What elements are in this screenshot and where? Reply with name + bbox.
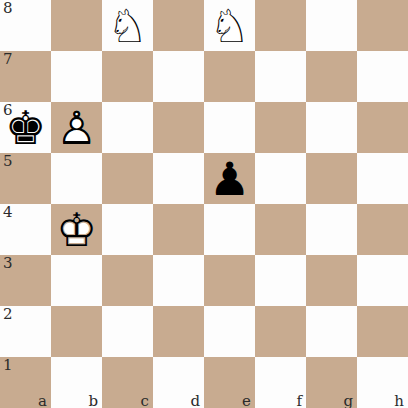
square-e2[interactable] <box>204 306 255 357</box>
square-a3[interactable]: 3 <box>0 255 51 306</box>
square-a2[interactable]: 2 <box>0 306 51 357</box>
square-g5[interactable] <box>306 153 357 204</box>
square-g3[interactable] <box>306 255 357 306</box>
rank-label: 8 <box>3 1 13 16</box>
square-a5[interactable]: 5 <box>0 153 51 204</box>
square-a4[interactable]: 4 <box>0 204 51 255</box>
white-pawn-outline: ♙ <box>56 101 97 155</box>
file-label: d <box>190 394 200 408</box>
white-pawn[interactable]: ♟♙ <box>51 102 102 153</box>
square-f8[interactable] <box>255 0 306 51</box>
white-knight-outline: ♘ <box>107 0 148 53</box>
square-g6[interactable] <box>306 102 357 153</box>
white-knight[interactable]: ♞♘ <box>102 0 153 51</box>
square-c1[interactable]: c <box>102 357 153 408</box>
white-king[interactable]: ♚♔ <box>51 204 102 255</box>
file-label: h <box>394 394 404 408</box>
black-king[interactable]: ♚ <box>0 102 51 153</box>
white-knight-outline: ♘ <box>209 0 250 53</box>
square-g7[interactable] <box>306 51 357 102</box>
square-d3[interactable] <box>153 255 204 306</box>
white-knight[interactable]: ♞♘ <box>204 0 255 51</box>
square-b8[interactable] <box>51 0 102 51</box>
square-c8[interactable]: ♞♘ <box>102 0 153 51</box>
square-h2[interactable] <box>357 306 408 357</box>
square-f2[interactable] <box>255 306 306 357</box>
square-e1[interactable]: e <box>204 357 255 408</box>
square-g1[interactable]: g <box>306 357 357 408</box>
file-label: e <box>242 394 251 408</box>
rank-label: 2 <box>3 307 13 322</box>
square-c7[interactable] <box>102 51 153 102</box>
square-e3[interactable] <box>204 255 255 306</box>
rank-label: 5 <box>3 154 13 169</box>
square-c6[interactable] <box>102 102 153 153</box>
square-b6[interactable]: ♟♙ <box>51 102 102 153</box>
square-f4[interactable] <box>255 204 306 255</box>
rank-label: 7 <box>3 52 13 67</box>
square-a8[interactable]: 8 <box>0 0 51 51</box>
black-pawn-glyph: ♟ <box>209 156 250 202</box>
square-f5[interactable] <box>255 153 306 204</box>
square-h5[interactable] <box>357 153 408 204</box>
square-b4[interactable]: ♚♔ <box>51 204 102 255</box>
square-c4[interactable] <box>102 204 153 255</box>
square-b5[interactable] <box>51 153 102 204</box>
square-c2[interactable] <box>102 306 153 357</box>
file-label: f <box>296 394 302 408</box>
square-h8[interactable] <box>357 0 408 51</box>
square-h4[interactable] <box>357 204 408 255</box>
file-label: a <box>38 394 47 408</box>
square-f7[interactable] <box>255 51 306 102</box>
square-c5[interactable] <box>102 153 153 204</box>
square-g2[interactable] <box>306 306 357 357</box>
square-b3[interactable] <box>51 255 102 306</box>
square-d6[interactable] <box>153 102 204 153</box>
square-d8[interactable] <box>153 0 204 51</box>
rank-label: 3 <box>3 256 13 271</box>
black-pawn[interactable]: ♟ <box>204 153 255 204</box>
square-b7[interactable] <box>51 51 102 102</box>
square-a1[interactable]: 1a <box>0 357 51 408</box>
square-d2[interactable] <box>153 306 204 357</box>
square-h1[interactable]: h <box>357 357 408 408</box>
black-king-glyph: ♚ <box>5 105 46 151</box>
file-label: b <box>88 394 98 408</box>
square-d7[interactable] <box>153 51 204 102</box>
file-label: c <box>141 394 149 408</box>
square-d1[interactable]: d <box>153 357 204 408</box>
square-h3[interactable] <box>357 255 408 306</box>
square-h7[interactable] <box>357 51 408 102</box>
chess-board: 8♞♘♞♘76♚♟♙5♟4♚♔321abcdefgh <box>0 0 408 408</box>
square-b2[interactable] <box>51 306 102 357</box>
rank-label: 1 <box>3 358 13 373</box>
square-e5[interactable]: ♟ <box>204 153 255 204</box>
square-a7[interactable]: 7 <box>0 51 51 102</box>
square-f3[interactable] <box>255 255 306 306</box>
square-e8[interactable]: ♞♘ <box>204 0 255 51</box>
square-e7[interactable] <box>204 51 255 102</box>
square-h6[interactable] <box>357 102 408 153</box>
square-g4[interactable] <box>306 204 357 255</box>
square-b1[interactable]: b <box>51 357 102 408</box>
square-e4[interactable] <box>204 204 255 255</box>
square-g8[interactable] <box>306 0 357 51</box>
file-label: g <box>343 394 353 408</box>
square-e6[interactable] <box>204 102 255 153</box>
square-a6[interactable]: 6♚ <box>0 102 51 153</box>
square-d5[interactable] <box>153 153 204 204</box>
square-d4[interactable] <box>153 204 204 255</box>
rank-label: 4 <box>3 205 13 220</box>
square-c3[interactable] <box>102 255 153 306</box>
square-f1[interactable]: f <box>255 357 306 408</box>
square-f6[interactable] <box>255 102 306 153</box>
white-king-outline: ♔ <box>56 203 97 257</box>
